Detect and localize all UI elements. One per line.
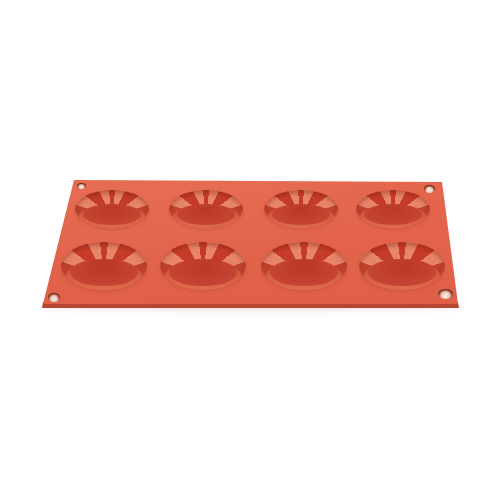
corner-holes (0, 0, 500, 500)
corner-hole-4 (438, 289, 453, 299)
product-photo (0, 0, 500, 500)
corner-hole-2 (424, 185, 435, 193)
corner-hole-1 (77, 183, 86, 189)
corner-hole-3 (48, 293, 60, 302)
